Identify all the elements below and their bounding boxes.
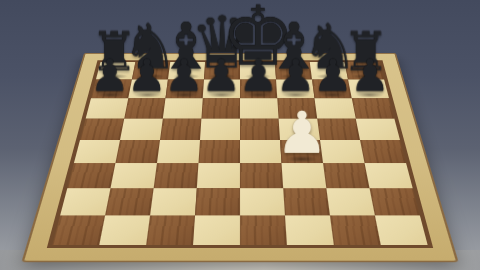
square-h3[interactable] (365, 163, 413, 188)
black-pawn-g7[interactable]: ♟ (313, 53, 353, 98)
square-c2[interactable] (150, 188, 197, 215)
black-pawn-e7[interactable]: ♟ (239, 53, 279, 98)
square-b4[interactable] (115, 140, 160, 163)
square-c5[interactable] (160, 118, 201, 140)
square-b7[interactable]: ♟ (128, 80, 168, 99)
square-g3[interactable] (323, 163, 369, 188)
square-b6[interactable] (124, 98, 165, 118)
square-g2[interactable] (326, 188, 375, 215)
square-a2[interactable] (60, 188, 110, 215)
square-h1[interactable] (375, 215, 428, 244)
square-b3[interactable] (110, 163, 156, 188)
square-f2[interactable] (283, 188, 330, 215)
square-f4[interactable]: ♟ (280, 140, 323, 163)
square-d6[interactable] (201, 98, 240, 118)
square-d5[interactable] (200, 118, 240, 140)
white-pawn-f4[interactable]: ♟ (276, 104, 328, 162)
square-b1[interactable] (99, 215, 150, 244)
black-pawn-b7[interactable]: ♟ (127, 53, 167, 98)
black-pawn-a7[interactable]: ♟ (90, 53, 130, 98)
square-h5[interactable] (356, 118, 400, 140)
square-a6[interactable] (86, 98, 129, 118)
square-f3[interactable] (282, 163, 327, 188)
square-a3[interactable] (67, 163, 115, 188)
square-d1[interactable] (193, 215, 240, 244)
square-c1[interactable] (146, 215, 195, 244)
square-h6[interactable] (352, 98, 395, 118)
square-d7[interactable]: ♟ (203, 80, 240, 99)
black-pawn-h7[interactable]: ♟ (350, 53, 390, 98)
black-pawn-c7[interactable]: ♟ (164, 53, 204, 98)
square-d2[interactable] (195, 188, 240, 215)
square-a1[interactable] (52, 215, 105, 244)
square-a4[interactable] (74, 140, 120, 163)
square-d3[interactable] (197, 163, 240, 188)
black-pawn-d7[interactable]: ♟ (201, 53, 241, 98)
square-f1[interactable] (285, 215, 334, 244)
square-e6[interactable] (240, 98, 279, 118)
square-h7[interactable]: ♟ (348, 80, 389, 99)
square-e7[interactable]: ♟ (240, 80, 277, 99)
square-b5[interactable] (120, 118, 163, 140)
square-b2[interactable] (105, 188, 154, 215)
square-c7[interactable]: ♟ (165, 80, 203, 99)
square-e5[interactable] (240, 118, 280, 140)
square-a7[interactable]: ♟ (91, 80, 132, 99)
square-h4[interactable] (360, 140, 406, 163)
square-c6[interactable] (163, 98, 203, 118)
square-d4[interactable] (198, 140, 240, 163)
square-h2[interactable] (370, 188, 420, 215)
square-c4[interactable] (157, 140, 200, 163)
square-e3[interactable] (240, 163, 283, 188)
square-g7[interactable]: ♟ (312, 80, 352, 99)
square-f7[interactable]: ♟ (276, 80, 314, 99)
scene: ♜♞♝♛♚♝♞♜♟♟♟♟♟♟♟♟♟ (0, 0, 480, 270)
square-e2[interactable] (240, 188, 285, 215)
square-e1[interactable] (240, 215, 287, 244)
chessboard: ♜♞♝♛♚♝♞♜♟♟♟♟♟♟♟♟♟ (24, 54, 456, 261)
board-inner-frame: ♜♞♝♛♚♝♞♜♟♟♟♟♟♟♟♟♟ (47, 60, 433, 248)
square-g1[interactable] (330, 215, 381, 244)
square-a5[interactable] (80, 118, 124, 140)
black-pawn-f7[interactable]: ♟ (276, 53, 316, 98)
square-c3[interactable] (154, 163, 199, 188)
board-squares-grid: ♜♞♝♛♚♝♞♜♟♟♟♟♟♟♟♟♟ (52, 62, 427, 245)
